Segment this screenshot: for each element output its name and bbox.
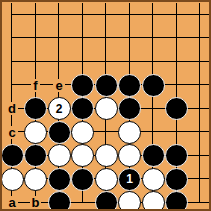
grid-line-v	[129, 50, 130, 74]
board-point[interactable]	[47, 26, 71, 50]
black-stone	[24, 144, 47, 167]
black-stone	[165, 144, 188, 167]
board-point[interactable]	[94, 97, 118, 121]
board-point[interactable]	[188, 73, 211, 97]
board-point[interactable]	[71, 3, 95, 27]
grid-line-v	[129, 26, 130, 50]
board-point[interactable]	[165, 97, 189, 121]
board-point[interactable]	[0, 144, 24, 168]
board-point[interactable]	[24, 120, 48, 144]
white-stone-2: 2	[48, 97, 71, 120]
black-stone	[1, 144, 24, 167]
board-point[interactable]	[188, 3, 211, 27]
board-point[interactable]	[94, 50, 118, 74]
grid-line-v	[11, 73, 12, 97]
grid-line-v	[199, 191, 200, 203]
board-point[interactable]	[47, 191, 71, 211]
black-stone	[95, 74, 118, 97]
board-point[interactable]	[94, 26, 118, 50]
board-point[interactable]	[24, 97, 48, 121]
board-point[interactable]	[118, 144, 142, 168]
grid-line-h	[11, 37, 24, 38]
board-point[interactable]	[165, 120, 189, 144]
black-stone	[142, 74, 165, 97]
white-stone	[24, 121, 47, 144]
board-point[interactable]	[141, 144, 165, 168]
grid-line-v	[35, 50, 36, 74]
board-point[interactable]	[24, 167, 48, 191]
grid-line-v	[105, 26, 106, 50]
board-point[interactable]	[165, 50, 189, 74]
grid-line-v	[199, 144, 200, 168]
grid-line-v	[105, 50, 106, 74]
black-stone	[165, 97, 188, 120]
black-stone-1: 1	[118, 168, 141, 191]
board-point[interactable]	[165, 191, 189, 211]
grid-line-v	[152, 3, 153, 27]
white-stone	[142, 168, 165, 191]
grid-line-v	[176, 73, 177, 97]
point-label-e: e	[53, 79, 64, 92]
board-point[interactable]	[24, 144, 48, 168]
board-point[interactable]	[141, 3, 165, 27]
grid-line-v	[11, 3, 12, 27]
grid-line-v	[129, 3, 130, 27]
board-point[interactable]	[94, 73, 118, 97]
black-stone	[48, 121, 71, 144]
grid-line-v	[152, 50, 153, 74]
white-stone	[95, 144, 118, 167]
board-point[interactable]	[24, 50, 48, 74]
grid-line-v	[58, 3, 59, 27]
grid-line-v	[176, 26, 177, 50]
grid-line-h	[11, 84, 24, 85]
board-point[interactable]	[188, 50, 211, 74]
grid-line-v	[199, 50, 200, 74]
board-point[interactable]	[0, 73, 24, 97]
board-point[interactable]	[188, 144, 211, 168]
board-point[interactable]	[94, 167, 118, 191]
black-stone	[142, 144, 165, 167]
black-stone	[118, 97, 141, 120]
board-point[interactable]	[165, 26, 189, 50]
grid-line-v	[58, 26, 59, 50]
labeled-point-c[interactable]: c	[0, 120, 24, 144]
board-point[interactable]	[71, 73, 95, 97]
labeled-point-e[interactable]: e	[47, 73, 71, 97]
point-label-a: a	[6, 196, 17, 209]
board-point[interactable]	[71, 50, 95, 74]
board-point[interactable]	[71, 144, 95, 168]
grid-line-v	[82, 3, 83, 27]
white-stone	[1, 168, 24, 191]
board-point[interactable]	[118, 120, 142, 144]
board-point[interactable]	[47, 144, 71, 168]
white-stone	[48, 144, 71, 167]
labeled-point-b[interactable]: b	[24, 191, 48, 211]
grid-line-v	[199, 26, 200, 50]
board-point[interactable]	[47, 3, 71, 27]
board-point[interactable]	[94, 144, 118, 168]
board-point[interactable]	[165, 73, 189, 97]
grid-line-v	[176, 50, 177, 74]
board-point[interactable]	[141, 191, 165, 211]
black-stone	[48, 168, 71, 191]
grid-line-v	[152, 97, 153, 121]
grid-line-v	[199, 3, 200, 27]
board-point[interactable]	[94, 191, 118, 211]
board-point[interactable]	[0, 50, 24, 74]
grid-line-v	[199, 167, 200, 191]
white-stone	[142, 191, 165, 211]
board-point[interactable]	[71, 191, 95, 211]
board-point[interactable]	[188, 120, 211, 144]
board-point[interactable]	[118, 50, 142, 74]
grid-line-v	[199, 120, 200, 144]
grid-line-v	[105, 3, 106, 27]
grid-line-v	[199, 73, 200, 97]
black-stone	[71, 168, 94, 191]
grid-line-v	[11, 26, 12, 50]
labeled-point-a[interactable]: a	[0, 191, 24, 211]
board-point[interactable]	[47, 50, 71, 74]
grid-line-h	[11, 14, 24, 15]
point-label-f: f	[31, 79, 39, 92]
black-stone	[48, 191, 71, 211]
black-stone	[165, 168, 188, 191]
grid-line-v	[105, 120, 106, 144]
board-point[interactable]	[71, 120, 95, 144]
black-stone	[71, 97, 94, 120]
black-stone	[24, 97, 47, 120]
board-point[interactable]	[71, 167, 95, 191]
grid-line-v	[58, 50, 59, 74]
board-point[interactable]	[141, 50, 165, 74]
white-stone	[71, 121, 94, 144]
board-point[interactable]	[94, 3, 118, 27]
grid-line-v	[35, 3, 36, 27]
grid-line-v	[199, 97, 200, 121]
white-stone	[95, 168, 118, 191]
grid-line-v	[176, 3, 177, 27]
board-point[interactable]	[47, 167, 71, 191]
board-point[interactable]	[165, 167, 189, 191]
board-point[interactable]	[118, 97, 142, 121]
board-point[interactable]	[118, 191, 142, 211]
board-point[interactable]	[188, 26, 211, 50]
grid-line-v	[82, 26, 83, 50]
grid-line-v	[11, 50, 12, 74]
grid-line-v	[176, 120, 177, 144]
black-stone	[95, 191, 118, 211]
board-point[interactable]	[165, 144, 189, 168]
white-stone	[118, 144, 141, 167]
board-point[interactable]	[94, 120, 118, 144]
board-point[interactable]	[188, 167, 211, 191]
board-point[interactable]	[0, 3, 24, 27]
labeled-point-f[interactable]: f	[24, 73, 48, 97]
grid-line-v	[35, 26, 36, 50]
grid-line-v	[152, 120, 153, 144]
white-stone	[95, 97, 118, 120]
board-point[interactable]	[188, 191, 211, 211]
board-point[interactable]	[0, 167, 24, 191]
board-point[interactable]	[24, 3, 48, 27]
board-point[interactable]	[188, 97, 211, 121]
board-point[interactable]	[141, 73, 165, 97]
go-diagram-frame: fed2c1ab	[0, 0, 211, 211]
black-stone	[118, 74, 141, 97]
board-point[interactable]	[165, 3, 189, 27]
grid-line-v	[152, 26, 153, 50]
board-point[interactable]	[141, 26, 165, 50]
board-point[interactable]	[141, 120, 165, 144]
board-point[interactable]: 1	[118, 167, 142, 191]
black-stone	[165, 191, 188, 211]
labeled-point-d[interactable]: d	[0, 97, 24, 121]
board-point[interactable]	[47, 120, 71, 144]
board-point[interactable]	[71, 26, 95, 50]
black-stone	[71, 74, 94, 97]
white-stone	[118, 121, 141, 144]
white-stone	[71, 144, 94, 167]
go-board: fed2c1ab	[0, 3, 211, 211]
point-label-d: d	[6, 102, 18, 115]
white-stone	[24, 168, 47, 191]
board-point[interactable]	[24, 26, 48, 50]
board-point[interactable]	[141, 97, 165, 121]
point-label-b: b	[30, 196, 42, 209]
board-point[interactable]: 2	[47, 97, 71, 121]
grid-line-h	[11, 61, 24, 62]
board-point[interactable]	[71, 97, 95, 121]
board-point[interactable]	[0, 26, 24, 50]
point-label-c: c	[6, 126, 17, 139]
board-point[interactable]	[118, 26, 142, 50]
grid-line-v	[82, 50, 83, 74]
board-point[interactable]	[118, 73, 142, 97]
board-point[interactable]	[141, 167, 165, 191]
board-point[interactable]	[118, 3, 142, 27]
white-stone	[118, 191, 141, 211]
grid-line-v	[82, 191, 83, 203]
